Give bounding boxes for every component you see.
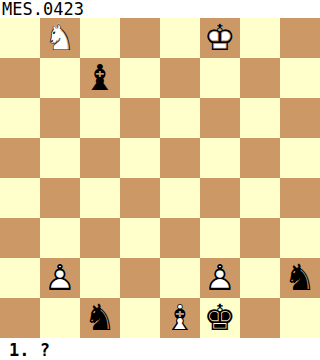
square-h5[interactable]: [280, 138, 320, 178]
square-e6[interactable]: [160, 98, 200, 138]
square-h6[interactable]: [280, 98, 320, 138]
piece-white-king[interactable]: ♚♔: [200, 18, 240, 58]
square-h4[interactable]: [280, 178, 320, 218]
square-c7[interactable]: ♝: [80, 58, 120, 98]
square-f7[interactable]: [200, 58, 240, 98]
square-d7[interactable]: [120, 58, 160, 98]
square-b1[interactable]: [40, 298, 80, 338]
square-f1[interactable]: ♚: [200, 298, 240, 338]
square-e3[interactable]: [160, 218, 200, 258]
square-c3[interactable]: [80, 218, 120, 258]
piece-white-bishop[interactable]: ♝♗: [160, 298, 200, 338]
puzzle-id: MES.0423: [0, 0, 320, 18]
square-g5[interactable]: [240, 138, 280, 178]
square-b8[interactable]: ♞♘: [40, 18, 80, 58]
square-c4[interactable]: [80, 178, 120, 218]
square-a4[interactable]: [0, 178, 40, 218]
piece-black-knight[interactable]: ♞: [80, 298, 120, 338]
black-piece-glyph: ♞: [280, 258, 320, 298]
square-g6[interactable]: [240, 98, 280, 138]
square-d1[interactable]: [120, 298, 160, 338]
square-h7[interactable]: [280, 58, 320, 98]
square-d3[interactable]: [120, 218, 160, 258]
square-e2[interactable]: [160, 258, 200, 298]
square-a1[interactable]: [0, 298, 40, 338]
white-piece-outline: ♗: [160, 298, 200, 338]
piece-white-pawn[interactable]: ♟♙: [40, 258, 80, 298]
square-g8[interactable]: [240, 18, 280, 58]
piece-white-knight[interactable]: ♞♘: [40, 18, 80, 58]
black-piece-glyph: ♝: [80, 58, 120, 98]
square-d2[interactable]: [120, 258, 160, 298]
square-e5[interactable]: [160, 138, 200, 178]
square-f3[interactable]: [200, 218, 240, 258]
square-d4[interactable]: [120, 178, 160, 218]
square-e8[interactable]: [160, 18, 200, 58]
square-b5[interactable]: [40, 138, 80, 178]
square-g2[interactable]: [240, 258, 280, 298]
square-g1[interactable]: [240, 298, 280, 338]
square-d8[interactable]: [120, 18, 160, 58]
square-g4[interactable]: [240, 178, 280, 218]
move-prompt: 1. ?: [0, 338, 320, 360]
black-piece-glyph: ♞: [80, 298, 120, 338]
square-a5[interactable]: [0, 138, 40, 178]
black-piece-glyph: ♚: [200, 298, 240, 338]
square-e4[interactable]: [160, 178, 200, 218]
square-a7[interactable]: [0, 58, 40, 98]
square-f2[interactable]: ♟♙: [200, 258, 240, 298]
square-a2[interactable]: [0, 258, 40, 298]
square-f6[interactable]: [200, 98, 240, 138]
piece-black-king[interactable]: ♚: [200, 298, 240, 338]
square-g7[interactable]: [240, 58, 280, 98]
square-e7[interactable]: [160, 58, 200, 98]
square-a6[interactable]: [0, 98, 40, 138]
square-c1[interactable]: ♞: [80, 298, 120, 338]
square-e1[interactable]: ♝♗: [160, 298, 200, 338]
piece-black-bishop[interactable]: ♝: [80, 58, 120, 98]
white-piece-outline: ♙: [40, 258, 80, 298]
piece-white-pawn[interactable]: ♟♙: [200, 258, 240, 298]
chess-program-window: MES.0423 ♞♘♚♔♝♟♙♟♙♞♞♝♗♚ 1. ?: [0, 0, 320, 360]
square-g3[interactable]: [240, 218, 280, 258]
square-h8[interactable]: [280, 18, 320, 58]
square-h1[interactable]: [280, 298, 320, 338]
square-b6[interactable]: [40, 98, 80, 138]
square-c8[interactable]: [80, 18, 120, 58]
square-a8[interactable]: [0, 18, 40, 58]
white-piece-outline: ♙: [200, 258, 240, 298]
chess-board: ♞♘♚♔♝♟♙♟♙♞♞♝♗♚: [0, 18, 320, 338]
square-f5[interactable]: [200, 138, 240, 178]
square-f8[interactable]: ♚♔: [200, 18, 240, 58]
square-c2[interactable]: [80, 258, 120, 298]
square-h3[interactable]: [280, 218, 320, 258]
square-b4[interactable]: [40, 178, 80, 218]
square-a3[interactable]: [0, 218, 40, 258]
square-d6[interactable]: [120, 98, 160, 138]
white-piece-outline: ♘: [40, 18, 80, 58]
square-b3[interactable]: [40, 218, 80, 258]
square-b7[interactable]: [40, 58, 80, 98]
square-d5[interactable]: [120, 138, 160, 178]
square-b2[interactable]: ♟♙: [40, 258, 80, 298]
square-c6[interactable]: [80, 98, 120, 138]
square-c5[interactable]: [80, 138, 120, 178]
square-f4[interactable]: [200, 178, 240, 218]
white-piece-outline: ♔: [200, 18, 240, 58]
piece-black-knight[interactable]: ♞: [280, 258, 320, 298]
square-h2[interactable]: ♞: [280, 258, 320, 298]
